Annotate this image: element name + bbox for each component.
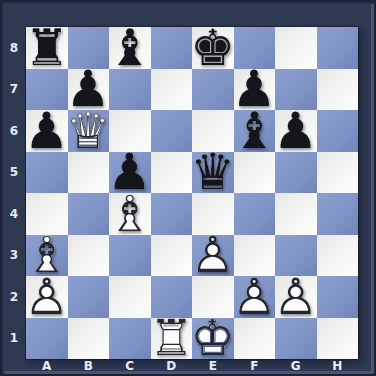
square-h2[interactable] — [317, 276, 359, 318]
file-label-b: B — [68, 359, 110, 374]
square-h1[interactable] — [317, 318, 359, 360]
white-pawn[interactable]: ♟♙ — [192, 235, 234, 277]
square-d3[interactable] — [151, 235, 193, 277]
square-d6[interactable] — [151, 110, 193, 152]
square-a2[interactable]: ♟♙ — [26, 276, 68, 318]
piece-glyph: ♝ — [107, 23, 152, 73]
square-f6[interactable]: ♗♝ — [234, 110, 276, 152]
rank-label-1: 1 — [2, 318, 26, 360]
white-pawn[interactable]: ♟♙ — [234, 276, 276, 318]
square-h7[interactable] — [317, 69, 359, 111]
piece-glyph: ♛ — [190, 147, 235, 197]
piece-glyph: ♕ — [66, 106, 111, 156]
square-a5[interactable] — [26, 152, 68, 194]
square-a8[interactable]: ♖♜ — [26, 27, 68, 69]
white-king[interactable]: ♚♔ — [192, 318, 234, 360]
square-h3[interactable] — [317, 235, 359, 277]
square-c7[interactable] — [109, 69, 151, 111]
file-label-h: H — [317, 359, 359, 374]
square-g8[interactable] — [275, 27, 317, 69]
square-h6[interactable] — [317, 110, 359, 152]
square-h5[interactable] — [317, 152, 359, 194]
square-c2[interactable] — [109, 276, 151, 318]
file-label-a: A — [26, 359, 68, 374]
square-f2[interactable]: ♟♙ — [234, 276, 276, 318]
square-c1[interactable] — [109, 318, 151, 360]
square-b6[interactable]: ♛♕ — [68, 110, 110, 152]
rank-label-7: 7 — [2, 69, 26, 111]
file-labels: A B C D E F G H — [26, 359, 358, 374]
file-label-f: F — [234, 359, 276, 374]
square-e3[interactable]: ♟♙ — [192, 235, 234, 277]
piece-glyph: ♟ — [273, 106, 318, 156]
square-c4[interactable]: ♝♗ — [109, 193, 151, 235]
square-d8[interactable] — [151, 27, 193, 69]
square-f1[interactable] — [234, 318, 276, 360]
square-d1[interactable]: ♜♖ — [151, 318, 193, 360]
square-g2[interactable]: ♟♙ — [275, 276, 317, 318]
square-e7[interactable] — [192, 69, 234, 111]
file-label-g: G — [275, 359, 317, 374]
piece-glyph: ♜ — [24, 23, 69, 73]
square-d5[interactable] — [151, 152, 193, 194]
square-b4[interactable] — [68, 193, 110, 235]
black-bishop[interactable]: ♗♝ — [109, 27, 151, 69]
white-pawn[interactable]: ♟♙ — [26, 276, 68, 318]
chess-board: ♖♜♗♝♔♚♙♟♙♟♙♟♛♕♗♝♙♟♙♟♕♛♝♗♝♗♟♙♟♙♟♙♟♙♜♖♚♔ — [26, 27, 358, 359]
black-bishop[interactable]: ♗♝ — [234, 110, 276, 152]
rank-label-4: 4 — [2, 193, 26, 235]
rank-label-3: 3 — [2, 235, 26, 277]
black-queen[interactable]: ♕♛ — [192, 152, 234, 194]
black-king[interactable]: ♔♚ — [192, 27, 234, 69]
square-b5[interactable] — [68, 152, 110, 194]
square-g1[interactable] — [275, 318, 317, 360]
piece-glyph: ♙ — [24, 272, 69, 322]
piece-glyph: ♖ — [149, 313, 194, 363]
square-b2[interactable] — [68, 276, 110, 318]
piece-glyph: ♙ — [190, 230, 235, 280]
square-e5[interactable]: ♕♛ — [192, 152, 234, 194]
square-b1[interactable] — [68, 318, 110, 360]
square-a6[interactable]: ♙♟ — [26, 110, 68, 152]
rank-labels: 8 7 6 5 4 3 2 1 — [2, 27, 26, 359]
piece-glyph: ♙ — [273, 272, 318, 322]
square-c8[interactable]: ♗♝ — [109, 27, 151, 69]
chess-board-frame: 8 7 6 5 4 3 2 1 ♖♜♗♝♔♚♙♟♙♟♙♟♛♕♗♝♙♟♙♟♕♛♝♗… — [0, 0, 376, 376]
file-label-d: D — [151, 359, 193, 374]
square-g6[interactable]: ♙♟ — [275, 110, 317, 152]
piece-glyph: ♚ — [190, 23, 235, 73]
rank-label-2: 2 — [2, 276, 26, 318]
rank-label-5: 5 — [2, 152, 26, 194]
square-d4[interactable] — [151, 193, 193, 235]
piece-glyph: ♔ — [190, 313, 235, 363]
square-f4[interactable] — [234, 193, 276, 235]
white-bishop[interactable]: ♝♗ — [109, 193, 151, 235]
piece-glyph: ♝ — [232, 106, 277, 156]
piece-glyph: ♟ — [24, 106, 69, 156]
square-g5[interactable] — [275, 152, 317, 194]
piece-glyph: ♗ — [107, 189, 152, 239]
square-b3[interactable] — [68, 235, 110, 277]
black-rook[interactable]: ♖♜ — [26, 27, 68, 69]
white-rook[interactable]: ♜♖ — [151, 318, 193, 360]
square-g4[interactable] — [275, 193, 317, 235]
square-f5[interactable] — [234, 152, 276, 194]
square-c3[interactable] — [109, 235, 151, 277]
square-h4[interactable] — [317, 193, 359, 235]
square-e8[interactable]: ♔♚ — [192, 27, 234, 69]
square-h8[interactable] — [317, 27, 359, 69]
file-label-c: C — [109, 359, 151, 374]
file-label-e: E — [192, 359, 234, 374]
black-pawn[interactable]: ♙♟ — [26, 110, 68, 152]
rank-label-8: 8 — [2, 27, 26, 69]
square-e1[interactable]: ♚♔ — [192, 318, 234, 360]
rank-label-6: 6 — [2, 110, 26, 152]
piece-glyph: ♙ — [232, 272, 277, 322]
white-queen[interactable]: ♛♕ — [68, 110, 110, 152]
square-a1[interactable] — [26, 318, 68, 360]
white-pawn[interactable]: ♟♙ — [275, 276, 317, 318]
black-pawn[interactable]: ♙♟ — [275, 110, 317, 152]
square-d7[interactable] — [151, 69, 193, 111]
